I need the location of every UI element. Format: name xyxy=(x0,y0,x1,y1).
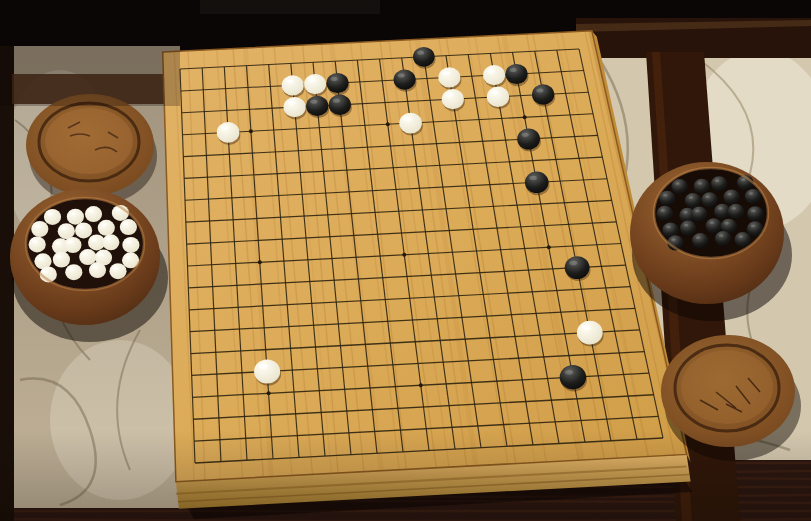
left-bowl-lid xyxy=(26,94,157,206)
top-left-vignette xyxy=(0,46,180,106)
bottom-vignette xyxy=(0,430,811,521)
go-scene-photo xyxy=(0,0,811,521)
scene-canvas xyxy=(0,0,811,521)
